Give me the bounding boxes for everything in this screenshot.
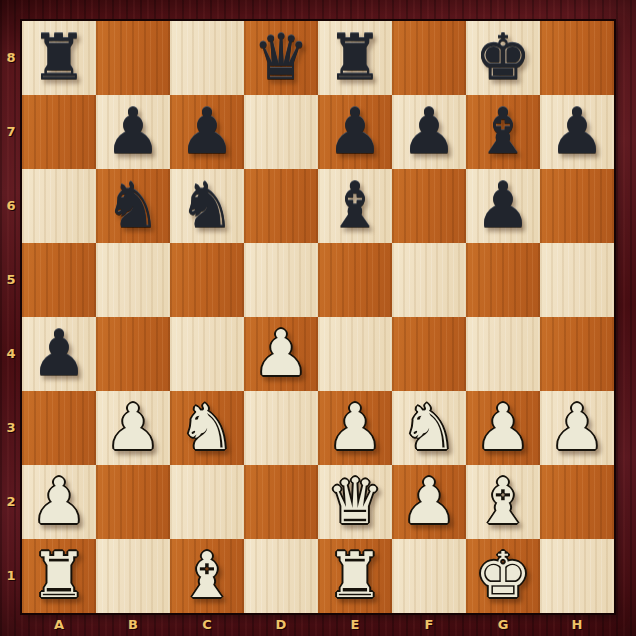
piece-black-pawn[interactable]: ♟ (392, 95, 466, 169)
file-label-e: E (318, 613, 392, 636)
square-f4[interactable] (392, 317, 466, 391)
square-g2[interactable]: ♝ (466, 465, 540, 539)
chess-board: ♜♛♜♚♟♟♟♟♝♟♞♞♝♟♟♟♟♞♟♞♟♟♟♛♟♝♜♝♜♚ (22, 21, 614, 613)
square-h4[interactable] (540, 317, 614, 391)
square-e8[interactable]: ♜ (318, 21, 392, 95)
rank-label-1: 1 (0, 539, 22, 613)
piece-black-rook[interactable]: ♜ (22, 21, 96, 95)
piece-white-pawn[interactable]: ♟ (466, 391, 540, 465)
rank-label-5: 5 (0, 243, 22, 317)
square-c7[interactable]: ♟ (170, 95, 244, 169)
rank-label-7: 7 (0, 95, 22, 169)
square-d2[interactable] (244, 465, 318, 539)
square-f5[interactable] (392, 243, 466, 317)
piece-white-bishop[interactable]: ♝ (170, 539, 244, 613)
rank-label-4: 4 (0, 317, 22, 391)
file-label-h: H (540, 613, 614, 636)
square-f8[interactable] (392, 21, 466, 95)
square-h1[interactable] (540, 539, 614, 613)
piece-black-pawn[interactable]: ♟ (318, 95, 392, 169)
square-e7[interactable]: ♟ (318, 95, 392, 169)
square-c1[interactable]: ♝ (170, 539, 244, 613)
square-g4[interactable] (466, 317, 540, 391)
piece-black-knight[interactable]: ♞ (170, 169, 244, 243)
square-g5[interactable] (466, 243, 540, 317)
piece-black-pawn[interactable]: ♟ (540, 95, 614, 169)
file-label-b: B (96, 613, 170, 636)
square-b8[interactable] (96, 21, 170, 95)
square-f2[interactable]: ♟ (392, 465, 466, 539)
square-h8[interactable] (540, 21, 614, 95)
piece-white-pawn[interactable]: ♟ (392, 465, 466, 539)
piece-black-queen[interactable]: ♛ (244, 21, 318, 95)
piece-white-queen[interactable]: ♛ (318, 465, 392, 539)
square-c4[interactable] (170, 317, 244, 391)
square-a8[interactable]: ♜ (22, 21, 96, 95)
rank-label-8: 8 (0, 21, 22, 95)
piece-white-bishop[interactable]: ♝ (466, 465, 540, 539)
square-h2[interactable] (540, 465, 614, 539)
piece-white-pawn[interactable]: ♟ (22, 465, 96, 539)
square-a7[interactable] (22, 95, 96, 169)
square-g8[interactable]: ♚ (466, 21, 540, 95)
square-e5[interactable] (318, 243, 392, 317)
square-a4[interactable]: ♟ (22, 317, 96, 391)
piece-white-knight[interactable]: ♞ (392, 391, 466, 465)
chessboard-widget: ♜♛♜♚♟♟♟♟♝♟♞♞♝♟♟♟♟♞♟♞♟♟♟♛♟♝♜♝♜♚ 87654321A… (0, 0, 636, 636)
square-c6[interactable]: ♞ (170, 169, 244, 243)
square-c8[interactable] (170, 21, 244, 95)
piece-white-rook[interactable]: ♜ (22, 539, 96, 613)
square-b4[interactable] (96, 317, 170, 391)
square-b2[interactable] (96, 465, 170, 539)
square-b1[interactable] (96, 539, 170, 613)
piece-black-pawn[interactable]: ♟ (466, 169, 540, 243)
square-f7[interactable]: ♟ (392, 95, 466, 169)
square-g3[interactable]: ♟ (466, 391, 540, 465)
piece-white-pawn[interactable]: ♟ (96, 391, 170, 465)
square-h6[interactable] (540, 169, 614, 243)
square-d6[interactable] (244, 169, 318, 243)
square-g7[interactable]: ♝ (466, 95, 540, 169)
piece-black-pawn[interactable]: ♟ (170, 95, 244, 169)
piece-black-king[interactable]: ♚ (466, 21, 540, 95)
square-d7[interactable] (244, 95, 318, 169)
file-label-a: A (22, 613, 96, 636)
square-g1[interactable]: ♚ (466, 539, 540, 613)
file-label-d: D (244, 613, 318, 636)
square-a2[interactable]: ♟ (22, 465, 96, 539)
rank-label-3: 3 (0, 391, 22, 465)
square-f3[interactable]: ♞ (392, 391, 466, 465)
square-d3[interactable] (244, 391, 318, 465)
square-e3[interactable]: ♟ (318, 391, 392, 465)
rank-label-2: 2 (0, 465, 22, 539)
piece-white-pawn[interactable]: ♟ (540, 391, 614, 465)
piece-white-knight[interactable]: ♞ (170, 391, 244, 465)
square-a3[interactable] (22, 391, 96, 465)
piece-white-king[interactable]: ♚ (466, 539, 540, 613)
square-a1[interactable]: ♜ (22, 539, 96, 613)
piece-black-knight[interactable]: ♞ (96, 169, 170, 243)
square-h3[interactable]: ♟ (540, 391, 614, 465)
file-label-c: C (170, 613, 244, 636)
square-e1[interactable]: ♜ (318, 539, 392, 613)
square-a6[interactable] (22, 169, 96, 243)
file-label-g: G (466, 613, 540, 636)
square-g6[interactable]: ♟ (466, 169, 540, 243)
piece-black-pawn[interactable]: ♟ (96, 95, 170, 169)
square-d4[interactable]: ♟ (244, 317, 318, 391)
square-b7[interactable]: ♟ (96, 95, 170, 169)
square-d5[interactable] (244, 243, 318, 317)
square-e2[interactable]: ♛ (318, 465, 392, 539)
square-b6[interactable]: ♞ (96, 169, 170, 243)
piece-white-pawn[interactable]: ♟ (318, 391, 392, 465)
square-a5[interactable] (22, 243, 96, 317)
piece-black-bishop[interactable]: ♝ (466, 95, 540, 169)
square-b5[interactable] (96, 243, 170, 317)
square-c2[interactable] (170, 465, 244, 539)
piece-black-rook[interactable]: ♜ (318, 21, 392, 95)
square-f6[interactable] (392, 169, 466, 243)
file-label-f: F (392, 613, 466, 636)
square-c3[interactable]: ♞ (170, 391, 244, 465)
piece-white-pawn[interactable]: ♟ (244, 317, 318, 391)
piece-white-rook[interactable]: ♜ (318, 539, 392, 613)
piece-black-bishop[interactable]: ♝ (318, 169, 392, 243)
square-h5[interactable] (540, 243, 614, 317)
square-c5[interactable] (170, 243, 244, 317)
square-e6[interactable]: ♝ (318, 169, 392, 243)
square-e4[interactable] (318, 317, 392, 391)
piece-black-pawn[interactable]: ♟ (22, 317, 96, 391)
square-h7[interactable]: ♟ (540, 95, 614, 169)
rank-label-6: 6 (0, 169, 22, 243)
square-f1[interactable] (392, 539, 466, 613)
square-d8[interactable]: ♛ (244, 21, 318, 95)
square-d1[interactable] (244, 539, 318, 613)
square-b3[interactable]: ♟ (96, 391, 170, 465)
